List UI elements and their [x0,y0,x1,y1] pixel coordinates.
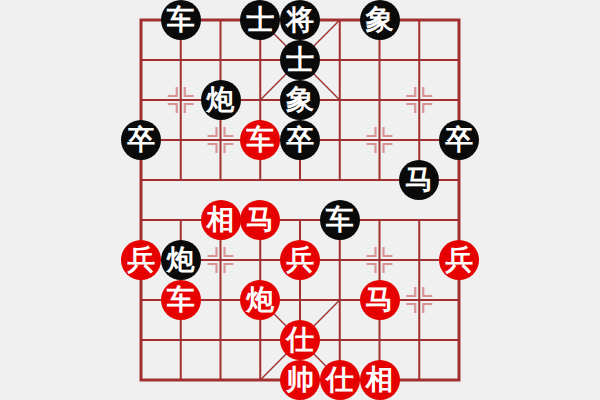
piece-red-advisor[interactable]: 仕 [320,360,360,400]
piece-red-soldier[interactable]: 兵 [121,240,161,280]
piece-black-horse[interactable]: 马 [399,160,439,200]
piece-black-soldier[interactable]: 卒 [121,120,161,160]
xiangqi-app-screen: 车士将象士炮象卒车卒卒马相马车兵炮兵兵车炮马仕帅仕相 [0,0,600,400]
piece-red-elephant[interactable]: 相 [201,200,241,240]
piece-red-general[interactable]: 帅 [280,360,320,400]
xiangqi-board[interactable]: 车士将象士炮象卒车卒卒马相马车兵炮兵兵车炮马仕帅仕相 [121,0,479,400]
piece-red-soldier[interactable]: 兵 [439,240,479,280]
piece-red-advisor[interactable]: 仕 [280,320,320,360]
piece-black-advisor[interactable]: 士 [240,0,280,40]
piece-black-general[interactable]: 将 [280,0,320,40]
piece-black-soldier[interactable]: 卒 [439,120,479,160]
piece-black-advisor[interactable]: 士 [280,40,320,80]
piece-black-soldier[interactable]: 卒 [280,120,320,160]
piece-black-chariot[interactable]: 车 [320,200,360,240]
piece-red-horse[interactable]: 马 [360,280,400,320]
piece-red-chariot[interactable]: 车 [161,280,201,320]
piece-red-horse[interactable]: 马 [240,200,280,240]
piece-red-chariot[interactable]: 车 [240,120,280,160]
piece-red-soldier[interactable]: 兵 [280,240,320,280]
piece-black-cannon[interactable]: 炮 [161,240,201,280]
piece-black-cannon[interactable]: 炮 [201,80,241,120]
piece-black-elephant[interactable]: 象 [360,0,400,40]
piece-black-elephant[interactable]: 象 [280,80,320,120]
piece-red-cannon[interactable]: 炮 [240,280,280,320]
piece-black-chariot[interactable]: 车 [161,0,201,40]
piece-red-elephant[interactable]: 相 [360,360,400,400]
